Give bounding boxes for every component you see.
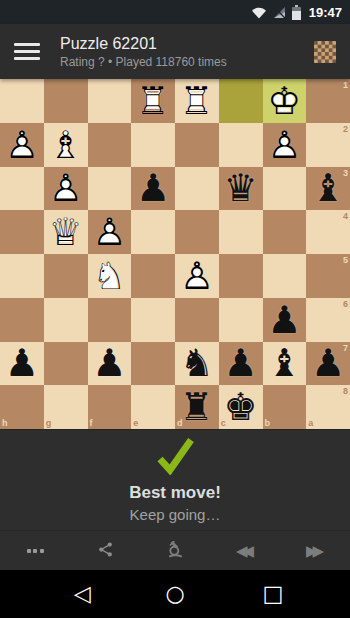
square-e2[interactable] <box>131 123 175 167</box>
file-label-a: a <box>308 419 313 428</box>
rewind-button[interactable]: ◀◀ <box>210 531 280 570</box>
white-bishop[interactable]: ♝♗ <box>49 126 83 164</box>
puzzle-toolbar: ◀◀ ▶▶ <box>0 530 350 570</box>
square-h2[interactable]: ♟♙ <box>0 123 44 167</box>
rank-label-1: 1 <box>343 81 348 90</box>
white-pawn[interactable]: ♟♙ <box>5 126 39 164</box>
page-title: Puzzle 62201 <box>60 34 314 53</box>
white-pawn-outline: ♙ <box>5 126 39 164</box>
cell-signal-off-icon <box>273 6 286 19</box>
square-e4[interactable] <box>131 210 175 254</box>
square-g4[interactable]: ♛♕ <box>44 210 88 254</box>
square-e3[interactable]: ♟ <box>131 167 175 211</box>
more-icon <box>27 549 44 553</box>
square-c1[interactable] <box>219 79 263 123</box>
black-pawn[interactable]: ♟ <box>136 169 170 207</box>
square-c2[interactable] <box>219 123 263 167</box>
square-a7[interactable]: ♟7 <box>306 342 350 386</box>
square-e8[interactable]: e <box>131 385 175 429</box>
square-c8[interactable]: ♚c <box>219 385 263 429</box>
square-b5[interactable] <box>263 254 307 298</box>
analysis-button[interactable] <box>140 531 210 570</box>
square-b4[interactable] <box>263 210 307 254</box>
app-bar: Puzzle 62201 Rating ? • Played 118760 ti… <box>0 24 350 79</box>
black-queen[interactable]: ♛ <box>224 169 258 207</box>
square-d4[interactable] <box>175 210 219 254</box>
rank-label-6: 6 <box>343 300 348 309</box>
square-g8[interactable]: g <box>44 385 88 429</box>
android-home-button[interactable]: ○ <box>151 570 199 618</box>
square-d1[interactable]: ♜♖ <box>175 79 219 123</box>
clock-time: 19:47 <box>309 5 342 20</box>
rank-label-4: 4 <box>343 212 348 221</box>
checkmark-icon <box>153 437 197 479</box>
rewind-icon: ◀◀ <box>236 542 254 560</box>
square-g3[interactable]: ♟♙ <box>44 167 88 211</box>
white-pawn[interactable]: ♟♙ <box>92 213 126 251</box>
white-queen-outline: ♕ <box>49 213 83 251</box>
phone-screen: 19:47 Puzzle 62201 Rating ? • Played 118… <box>0 0 350 618</box>
rank-label-8: 8 <box>343 387 348 396</box>
status-bar: 19:47 <box>0 0 350 24</box>
square-f7[interactable]: ♟ <box>88 342 132 386</box>
square-c6[interactable] <box>219 298 263 342</box>
white-pawn-outline: ♙ <box>92 213 126 251</box>
rank-label-7: 7 <box>343 344 348 353</box>
square-e5[interactable] <box>131 254 175 298</box>
white-king-outline: ♔ <box>267 82 301 120</box>
square-d6[interactable] <box>175 298 219 342</box>
square-g5[interactable] <box>44 254 88 298</box>
square-d3[interactable] <box>175 167 219 211</box>
white-pawn-outline: ♙ <box>180 257 214 295</box>
square-f2[interactable] <box>88 123 132 167</box>
square-d7[interactable]: ♞ <box>175 342 219 386</box>
square-b6[interactable]: ♟ <box>263 298 307 342</box>
black-bishop[interactable]: ♝ <box>311 169 345 207</box>
feedback-panel: Best move! Keep going… <box>0 429 350 530</box>
square-b3[interactable] <box>263 167 307 211</box>
square-f1[interactable] <box>88 79 132 123</box>
white-rook[interactable]: ♜♖ <box>180 82 214 120</box>
square-h3[interactable] <box>0 167 44 211</box>
white-knight[interactable]: ♞♘ <box>92 257 126 295</box>
recents-icon: □ <box>263 583 284 605</box>
header-titles: Puzzle 62201 Rating ? • Played 118760 ti… <box>60 34 314 70</box>
square-d5[interactable]: ♟♙ <box>175 254 219 298</box>
square-f8[interactable]: f <box>88 385 132 429</box>
square-a2[interactable]: 2 <box>306 123 350 167</box>
black-bishop[interactable]: ♝ <box>267 344 301 382</box>
square-b1[interactable]: ♚♔ <box>263 79 307 123</box>
square-f4[interactable]: ♟♙ <box>88 210 132 254</box>
square-a5[interactable]: 5 <box>306 254 350 298</box>
file-label-e: e <box>133 419 138 428</box>
fast-forward-icon: ▶▶ <box>306 542 324 560</box>
square-c5[interactable] <box>219 254 263 298</box>
square-a1[interactable]: 1 <box>306 79 350 123</box>
square-g6[interactable] <box>44 298 88 342</box>
white-bishop-outline: ♗ <box>49 126 83 164</box>
white-queen[interactable]: ♛♕ <box>49 213 83 251</box>
file-label-f: f <box>90 419 93 428</box>
square-h4[interactable] <box>0 210 44 254</box>
white-rook-outline: ♖ <box>136 82 170 120</box>
square-c3[interactable]: ♛ <box>219 167 263 211</box>
black-pawn[interactable]: ♟ <box>92 344 126 382</box>
square-h1[interactable] <box>0 79 44 123</box>
black-rook[interactable]: ♜ <box>180 388 214 426</box>
square-b2[interactable]: ♟♙ <box>263 123 307 167</box>
android-nav-bar: ◁ ○ □ <box>0 570 350 618</box>
rank-label-2: 2 <box>343 125 348 134</box>
square-h5[interactable] <box>0 254 44 298</box>
share-icon <box>97 541 114 561</box>
black-pawn[interactable]: ♟ <box>311 344 345 382</box>
more-options-button[interactable] <box>0 531 70 570</box>
black-king[interactable]: ♚ <box>224 388 258 426</box>
puzzle-stats: Rating ? • Played 118760 times <box>60 55 314 70</box>
fast-forward-button[interactable]: ▶▶ <box>280 531 350 570</box>
square-b8[interactable]: b <box>263 385 307 429</box>
square-c7[interactable]: ♟ <box>219 342 263 386</box>
square-a8[interactable]: 8a <box>306 385 350 429</box>
file-label-h: h <box>2 419 8 428</box>
chess-board: ♜♖♜♖♚♔1♟♙♝♗♟♙2♟♙♟♛♝3♛♕♟♙4♞♘♟♙5♟6♟♟♞♟♝♟7h… <box>0 79 350 429</box>
microscope-icon <box>166 540 185 562</box>
black-pawn[interactable]: ♟ <box>267 301 301 339</box>
square-g1[interactable] <box>44 79 88 123</box>
square-d2[interactable] <box>175 123 219 167</box>
square-a4[interactable]: 4 <box>306 210 350 254</box>
file-label-b: b <box>265 419 271 428</box>
square-e6[interactable] <box>131 298 175 342</box>
back-icon: ◁ <box>74 583 91 605</box>
white-knight-outline: ♘ <box>92 257 126 295</box>
square-c4[interactable] <box>219 210 263 254</box>
square-d8[interactable]: ♜d <box>175 385 219 429</box>
square-f5[interactable]: ♞♘ <box>88 254 132 298</box>
square-e7[interactable] <box>131 342 175 386</box>
white-pawn-outline: ♙ <box>49 169 83 207</box>
white-rook-outline: ♖ <box>180 82 214 120</box>
file-label-c: c <box>221 419 226 428</box>
file-label-g: g <box>46 419 52 428</box>
rank-label-3: 3 <box>343 169 348 178</box>
hamburger-menu-icon[interactable] <box>14 43 40 60</box>
square-h8[interactable]: h <box>0 385 44 429</box>
rank-label-5: 5 <box>343 256 348 265</box>
share-button[interactable] <box>70 531 140 570</box>
black-knight[interactable]: ♞ <box>180 344 214 382</box>
square-b7[interactable]: ♝ <box>263 342 307 386</box>
black-pawn[interactable]: ♟ <box>224 344 258 382</box>
square-g7[interactable] <box>44 342 88 386</box>
feedback-subtitle: Keep going… <box>130 506 221 523</box>
battery-icon <box>292 5 301 20</box>
wifi-icon <box>251 6 267 19</box>
file-label-d: d <box>177 419 183 428</box>
white-pawn[interactable]: ♟♙ <box>49 169 83 207</box>
android-recents-button[interactable]: □ <box>249 570 297 618</box>
square-g2[interactable]: ♝♗ <box>44 123 88 167</box>
square-h6[interactable] <box>0 298 44 342</box>
square-f3[interactable] <box>88 167 132 211</box>
square-a3[interactable]: ♝3 <box>306 167 350 211</box>
board-theme-icon[interactable] <box>314 41 336 63</box>
home-icon: ○ <box>165 583 184 605</box>
square-e1[interactable]: ♜♖ <box>131 79 175 123</box>
black-pawn[interactable]: ♟ <box>5 344 39 382</box>
white-pawn[interactable]: ♟♙ <box>180 257 214 295</box>
white-pawn-outline: ♙ <box>267 126 301 164</box>
white-pawn[interactable]: ♟♙ <box>267 126 301 164</box>
white-rook[interactable]: ♜♖ <box>136 82 170 120</box>
square-h7[interactable]: ♟ <box>0 342 44 386</box>
square-f6[interactable] <box>88 298 132 342</box>
square-a6[interactable]: 6 <box>306 298 350 342</box>
android-back-button[interactable]: ◁ <box>58 570 106 618</box>
white-king[interactable]: ♚♔ <box>267 82 301 120</box>
feedback-title: Best move! <box>129 483 221 503</box>
